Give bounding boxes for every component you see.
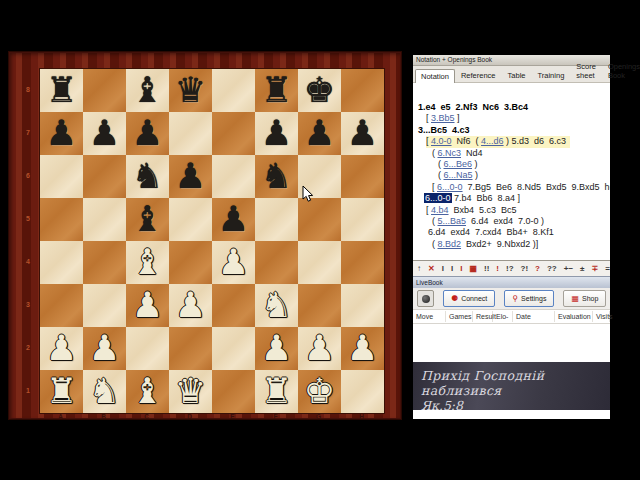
black-rook-f8[interactable]: ♜ [255,69,298,112]
square-d1[interactable]: ♛ [169,370,212,413]
square-f4[interactable] [255,241,298,284]
square-d3[interactable]: ♟ [169,284,212,327]
settings-button[interactable]: ⚲Settings [504,290,554,307]
column-header-move: Move [413,311,446,322]
white-pawn-b2[interactable]: ♟ [83,327,126,370]
square-e3[interactable] [212,284,255,327]
annotation-symbol-2[interactable]: ✕ [428,264,435,273]
annotation-symbol-12[interactable]: ?? [547,264,557,273]
black-pawn-a7[interactable]: ♟ [40,112,83,155]
square-a6[interactable] [40,155,83,198]
notation-line-13: ( 8.Bd2 Bxd2+ 9.Nbxd2 )] [432,239,610,250]
rank-label-4: 4 [23,258,33,265]
square-c6[interactable]: ♞ [126,155,169,198]
rank-label-2: 2 [23,344,33,351]
square-f3[interactable]: ♞ [255,284,298,327]
shop-icon: ▦ [571,295,579,303]
notation-text: 5.d3 d6 6.c3 [512,136,567,146]
annotation-symbol-13[interactable]: +− [564,264,573,273]
livebook-header: LiveBook [413,276,610,288]
square-h3[interactable] [341,284,384,327]
square-h4[interactable] [341,241,384,284]
variation-move-link[interactable]: 3.Bb5 [431,113,455,123]
square-e8[interactable] [212,69,255,112]
white-pawn-a2[interactable]: ♟ [40,327,83,370]
annotation-symbol-3[interactable]: Ι [442,264,444,273]
square-e2[interactable] [212,327,255,370]
variation-move-link[interactable]: 5...Ba5 [438,216,467,226]
chess-board: ♜♝♛♜♚♟♟♟♟♟♟♞♟♞♝♟♝♟♟♟♞♟♟♟♟♟♜♞♝♛♜♚ [39,68,385,414]
black-pawn-c7[interactable]: ♟ [126,112,169,155]
square-c2[interactable] [126,327,169,370]
black-knight-c6[interactable]: ♞ [126,155,169,198]
connection-led-icon[interactable] [417,290,434,307]
white-pawn-h2[interactable]: ♟ [341,327,384,370]
annotation-symbol-11[interactable]: ? [535,264,540,273]
rank-label-8: 8 [23,86,33,93]
notation-text: ] [455,113,460,123]
black-knight-f6[interactable]: ♞ [255,155,298,198]
notation-line-1: 1.e4 e5 2.Nf3 Nc6 3.Bc4 [418,102,610,113]
rank-label-1: 1 [23,387,33,394]
black-pawn-d6[interactable]: ♟ [169,155,212,198]
annotation-symbol-6[interactable]: ▦ [469,264,477,273]
white-queen-d1[interactable]: ♛ [169,370,212,413]
bottom-strip [413,410,610,419]
file-label-g: G [297,413,340,420]
file-label-e: E [211,413,254,420]
square-f7[interactable]: ♟ [255,112,298,155]
rank-label-3: 3 [23,301,33,308]
notation-line-6: ( 6...Be6 ) [438,159,610,170]
annotation-symbol-4[interactable]: Ι [451,264,453,273]
white-pawn-c3[interactable]: ♟ [126,284,169,327]
notation-text[interactable]: 3...Bc5 4.c3 [418,125,470,135]
square-b1[interactable]: ♞ [83,370,126,413]
quote-text: Прихід Господній наблизився [421,368,610,398]
square-b4[interactable] [83,241,126,284]
notation-text: 7.b4 Bb6 8.a4 ] [452,193,521,203]
rank-label-6: 6 [23,172,33,179]
notation-text: ) [473,170,479,180]
variation-move-link[interactable]: 4...d6 [481,136,504,146]
square-a2[interactable]: ♟ [40,327,83,370]
white-rook-f1[interactable]: ♜ [255,370,298,413]
square-a5[interactable] [40,198,83,241]
annotation-symbol-7[interactable]: !! [484,264,489,273]
tab-notation[interactable]: Notation [415,69,455,83]
panel-tabs: NotationReferenceTableTrainingScore shee… [413,66,610,83]
square-h1[interactable] [341,370,384,413]
square-c8[interactable]: ♝ [126,69,169,112]
notation-text: Bxb4 5.c3 Bc5 [449,205,517,215]
notation-text: ) [504,136,512,146]
square-a7[interactable]: ♟ [40,112,83,155]
black-bishop-c8[interactable]: ♝ [126,69,169,112]
black-pawn-f7[interactable]: ♟ [255,112,298,155]
tab-table[interactable]: Table [502,68,532,82]
square-d4[interactable] [169,241,212,284]
square-g7[interactable]: ♟ [298,112,341,155]
annotation-symbol-10[interactable]: ?! [521,264,529,273]
square-a1[interactable]: ♜ [40,370,83,413]
square-b8[interactable] [83,69,126,112]
file-label-c: C [125,413,168,420]
plug-icon: ⚈ [451,295,458,303]
connect-button[interactable]: ⚈Connect [443,290,495,307]
notation-line-3: 3...Bc5 4.c3 [418,125,610,136]
square-e1[interactable] [212,370,255,413]
square-g8[interactable]: ♚ [298,69,341,112]
notation-text[interactable]: 1.e4 e5 2.Nf3 Nc6 3.Bc4 [418,102,528,112]
chess-board-frame: 87654321 ABCDEFGH ♜♝♛♜♚♟♟♟♟♟♟♞♟♞♝♟♝♟♟♟♞♟… [8,51,402,420]
black-pawn-g7[interactable]: ♟ [298,112,341,155]
black-bishop-c5[interactable]: ♝ [126,198,169,241]
square-a3[interactable] [40,284,83,327]
notation-line-9: 6...0-0 7.b4 Bb6 8.a4 ] [424,193,610,204]
variation-move-link[interactable]: 4.0-0 [431,136,452,146]
file-label-d: D [168,413,211,420]
square-e7[interactable] [212,112,255,155]
square-d7[interactable] [169,112,212,155]
square-g2[interactable]: ♟ [298,327,341,370]
notation-line-4: [ 4.0-0 Nf6 ( 4...d6 ) 5.d3 d6 6.c3 [426,136,570,147]
rank-label-5: 5 [23,215,33,222]
notation-line-8: [ 6...0-0 7.Bg5 Be6 8.Nd5 Bxd5 9.Bxd5 h6… [432,182,610,193]
quote-banner: Прихід Господній наблизився Як.5:8 [413,362,610,410]
variation-move-link[interactable]: 6...Na5 [444,170,473,180]
white-king-g1[interactable]: ♚ [298,370,341,413]
annotation-symbol-1[interactable]: ↑ [417,264,421,273]
column-header-eloav: Elo-Av [493,311,513,322]
square-c3[interactable]: ♟ [126,284,169,327]
current-move[interactable]: 6...0-0 [424,193,452,203]
square-h2[interactable]: ♟ [341,327,384,370]
white-bishop-c1[interactable]: ♝ [126,370,169,413]
app-window: 87654321 ABCDEFGH ♜♝♛♜♚♟♟♟♟♟♟♞♟♞♝♟♝♟♟♟♞♟… [0,0,640,480]
notation-panel: Notation + Openings Book NotationReferen… [413,55,610,419]
annotation-toolbar: ↑✕ΙΙΙ▦!!!!??!???+−±∓= [413,260,610,276]
notation-text: 6.d4 exd4 7.cxd4 Bb4+ 8.Kf1 [428,227,554,237]
notation-line-5: ( 6.Nc3 Nd4 [432,148,610,159]
variation-move-link[interactable]: 6.Nc3 [438,148,462,158]
square-b2[interactable]: ♟ [83,327,126,370]
black-queen-d8[interactable]: ♛ [169,69,212,112]
variation-move-link[interactable]: 4.b4 [431,205,449,215]
square-h8[interactable] [341,69,384,112]
notation-area: 1.e4 e5 2.Nf3 Nc6 3.Bc4[ 3.Bb5 ]3...Bc5 … [413,83,610,260]
notation-line-11: ( 5...Ba5 6.d4 exd4 7.0-0 ) [432,216,610,227]
notation-text: 6.d4 exd4 7.0-0 ) [466,216,544,226]
square-d8[interactable]: ♛ [169,69,212,112]
column-header-evaluation: Evaluation [555,311,593,322]
button-label: Shop [582,295,598,302]
square-b6[interactable] [83,155,126,198]
white-pawn-f2[interactable]: ♟ [255,327,298,370]
white-knight-f3[interactable]: ♞ [255,284,298,327]
square-b7[interactable]: ♟ [83,112,126,155]
annotation-symbol-15[interactable]: ∓ [592,264,599,273]
black-pawn-h7[interactable]: ♟ [341,112,384,155]
annotation-symbol-14[interactable]: ± [580,264,584,273]
file-label-f: F [254,413,297,420]
black-rook-a8[interactable]: ♜ [40,69,83,112]
wrench-icon: ⚲ [512,295,518,303]
shop-button[interactable]: ▦Shop [563,290,606,307]
button-label: Connect [461,295,487,302]
mouse-cursor-icon [302,185,314,207]
square-g4[interactable] [298,241,341,284]
annotation-symbol-9[interactable]: !? [506,264,514,273]
square-g3[interactable] [298,284,341,327]
square-e4[interactable]: ♟ [212,241,255,284]
notation-text: Bxd2+ 9.Nbxd2 )] [461,239,538,249]
tab-score-sheet[interactable]: Score sheet [570,59,602,82]
square-g1[interactable]: ♚ [298,370,341,413]
variation-move-link[interactable]: 6...Be6 [444,159,473,169]
square-a4[interactable] [40,241,83,284]
file-label-a: A [39,413,82,420]
tab-training[interactable]: Training [531,68,570,82]
annotation-symbol-16[interactable]: = [605,264,610,273]
livebook-list-empty [413,324,610,362]
black-king-g8[interactable]: ♚ [298,69,341,112]
variation-move-link[interactable]: 6...0-0 [437,182,463,192]
square-d5[interactable] [169,198,212,241]
square-c7[interactable]: ♟ [126,112,169,155]
tab-reference[interactable]: Reference [455,68,502,82]
column-header-visits: Visits [593,311,610,322]
square-d2[interactable] [169,327,212,370]
square-h5[interactable] [341,198,384,241]
white-pawn-e4[interactable]: ♟ [212,241,255,284]
square-d6[interactable]: ♟ [169,155,212,198]
notation-text: 7.Bg5 Be6 8.Nd5 Bxd5 9.Bxd5 h6 10.Bxf6 Q [463,182,610,192]
white-bishop-c4[interactable]: ♝ [126,241,169,284]
square-c1[interactable]: ♝ [126,370,169,413]
annotation-symbol-8[interactable]: ! [496,264,499,273]
square-e6[interactable] [212,155,255,198]
square-b5[interactable] [83,198,126,241]
variation-move-link[interactable]: 8.Bd2 [438,239,462,249]
livebook-buttons: ⚈Connect⚲Settings▦Shop [413,288,610,310]
file-label-b: B [82,413,125,420]
square-b3[interactable] [83,284,126,327]
notation-line-12: 6.d4 exd4 7.cxd4 Bb4+ 8.Kf1 [428,227,610,238]
white-knight-b1[interactable]: ♞ [83,370,126,413]
rank-label-7: 7 [23,129,33,136]
column-header-date: Date [513,311,555,322]
white-pawn-g2[interactable]: ♟ [298,327,341,370]
notation-text: Nd4 [461,148,483,158]
notation-text: ) [472,159,478,169]
annotation-symbol-5[interactable]: Ι [460,264,462,273]
square-f1[interactable]: ♜ [255,370,298,413]
square-a8[interactable]: ♜ [40,69,83,112]
black-pawn-b7[interactable]: ♟ [83,112,126,155]
square-h6[interactable] [341,155,384,198]
square-f6[interactable]: ♞ [255,155,298,198]
tab-openings-book[interactable]: Openings Book [602,59,640,82]
column-header-games: Games [446,311,473,322]
square-c4[interactable]: ♝ [126,241,169,284]
square-f2[interactable]: ♟ [255,327,298,370]
livebook-column-headers: MoveGamesResultElo-AvDateEvaluationVisit… [413,310,610,324]
square-f8[interactable]: ♜ [255,69,298,112]
black-pawn-e5[interactable]: ♟ [212,198,255,241]
notation-text: Nf6 ( [452,136,482,146]
file-label-h: H [340,413,383,420]
square-f5[interactable] [255,198,298,241]
square-e5[interactable]: ♟ [212,198,255,241]
notation-line-2: [ 3.Bb5 ] [426,113,610,124]
square-c5[interactable]: ♝ [126,198,169,241]
notation-line-10: [ 4.b4 Bxb4 5.c3 Bc5 [426,205,610,216]
notation-line-7: ( 6...Na5 ) [438,170,610,181]
column-header-result: Result [473,311,493,322]
white-pawn-d3[interactable]: ♟ [169,284,212,327]
white-rook-a1[interactable]: ♜ [40,370,83,413]
square-h7[interactable]: ♟ [341,112,384,155]
button-label: Settings [521,295,546,302]
